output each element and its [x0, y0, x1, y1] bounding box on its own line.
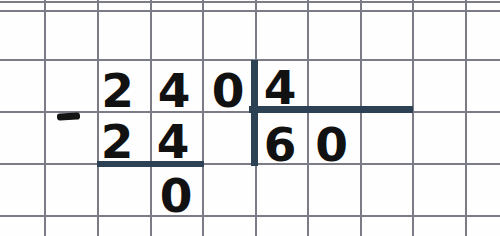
grid-line-vertical	[465, 0, 467, 236]
dividend-digit-hundreds: 2	[92, 65, 144, 117]
dividend-digit-tens: 4	[148, 65, 200, 117]
squared-paper: 2 4 0 4 2 4 6 0 0	[0, 0, 500, 236]
grid-line-vertical	[412, 0, 414, 236]
remainder-digit: 0	[150, 169, 202, 221]
grid-line-vertical	[44, 0, 46, 236]
dividend-digit-ones: 0	[202, 65, 254, 117]
minus-sign	[57, 112, 80, 120]
grid-line-vertical	[202, 0, 204, 236]
grid-line-horizontal	[0, 215, 500, 217]
subtrahend-digit-ones: 4	[147, 116, 199, 168]
quotient-digit-ones: 0	[306, 119, 358, 171]
subtrahend-digit-tens: 2	[91, 116, 143, 168]
grid-line-horizontal	[0, 10, 500, 12]
divisor-digit: 4	[254, 62, 306, 114]
grid-line-vertical	[360, 0, 362, 236]
quotient-digit-tens: 6	[254, 118, 306, 170]
grid-line-horizontal	[0, 1, 500, 3]
